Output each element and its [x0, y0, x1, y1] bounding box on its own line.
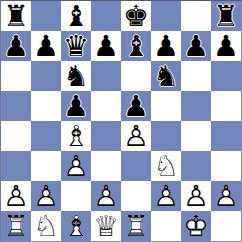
white-pawn-icon: ♟♙	[91, 181, 121, 211]
square-d7[interactable]: ♟	[91, 31, 121, 61]
white-pawn-icon: ♟♙	[151, 181, 181, 211]
square-c5[interactable]: ♟	[61, 91, 91, 121]
square-a8[interactable]: ♜	[1, 1, 31, 31]
white-pawn-icon: ♟♙	[121, 121, 151, 151]
square-a4[interactable]	[1, 121, 31, 151]
square-d3[interactable]	[91, 151, 121, 181]
square-a7[interactable]: ♟	[1, 31, 31, 61]
white-piece-outline: ♖	[1, 211, 31, 241]
white-knight-icon: ♞♘	[31, 211, 61, 241]
square-g1[interactable]: ♚♔	[181, 211, 211, 241]
square-f8[interactable]	[151, 1, 181, 31]
square-h5[interactable]	[211, 91, 241, 121]
black-rook-icon: ♜	[211, 1, 241, 31]
square-f1[interactable]	[151, 211, 181, 241]
square-h4[interactable]	[211, 121, 241, 151]
white-pawn-icon: ♟♙	[211, 181, 241, 211]
white-piece-outline: ♕	[91, 211, 121, 241]
white-piece-outline: ♙	[91, 181, 121, 211]
black-pawn-icon: ♟	[91, 31, 121, 61]
square-g2[interactable]: ♟♙	[181, 181, 211, 211]
white-piece-outline: ♘	[31, 211, 61, 241]
square-g4[interactable]	[181, 121, 211, 151]
white-piece-outline: ♘	[151, 151, 181, 181]
black-pawn-icon: ♟	[61, 91, 91, 121]
black-pawn-icon: ♟	[181, 31, 211, 61]
white-knight-icon: ♞♘	[151, 151, 181, 181]
square-a5[interactable]	[1, 91, 31, 121]
white-piece-outline: ♙	[121, 121, 151, 151]
white-piece-outline: ♙	[181, 181, 211, 211]
square-h6[interactable]	[211, 61, 241, 91]
white-piece-outline: ♔	[181, 211, 211, 241]
square-h3[interactable]	[211, 151, 241, 181]
white-piece-outline: ♗	[61, 211, 91, 241]
black-king-icon: ♚	[121, 1, 151, 31]
square-b1[interactable]: ♞♘	[31, 211, 61, 241]
black-bishop-icon: ♝	[121, 31, 151, 61]
square-e5[interactable]: ♟	[121, 91, 151, 121]
square-g8[interactable]	[181, 1, 211, 31]
square-e3[interactable]	[121, 151, 151, 181]
white-king-icon: ♚♔	[181, 211, 211, 241]
square-g7[interactable]: ♟	[181, 31, 211, 61]
square-g3[interactable]	[181, 151, 211, 181]
square-a1[interactable]: ♜♖	[1, 211, 31, 241]
square-a3[interactable]	[1, 151, 31, 181]
square-e7[interactable]: ♝	[121, 31, 151, 61]
square-h8[interactable]: ♜	[211, 1, 241, 31]
square-f4[interactable]	[151, 121, 181, 151]
square-e8[interactable]: ♚	[121, 1, 151, 31]
square-f5[interactable]	[151, 91, 181, 121]
chess-board: ♜♝♚♜♟♟♛♟♝♟♟♟♞♞♟♟♝♗♟♙♟♙♞♘♟♙♟♙♟♙♟♙♟♙♟♙♜♖♞♘…	[0, 0, 242, 242]
black-bishop-icon: ♝	[61, 1, 91, 31]
square-h7[interactable]: ♟	[211, 31, 241, 61]
square-d8[interactable]	[91, 1, 121, 31]
square-b4[interactable]	[31, 121, 61, 151]
square-c2[interactable]	[61, 181, 91, 211]
square-b6[interactable]	[31, 61, 61, 91]
white-pawn-icon: ♟♙	[31, 181, 61, 211]
black-pawn-icon: ♟	[31, 31, 61, 61]
square-a6[interactable]	[1, 61, 31, 91]
square-g6[interactable]	[181, 61, 211, 91]
square-h2[interactable]: ♟♙	[211, 181, 241, 211]
square-c6[interactable]: ♞	[61, 61, 91, 91]
square-d5[interactable]	[91, 91, 121, 121]
black-knight-icon: ♞	[151, 61, 181, 91]
white-piece-outline: ♙	[61, 151, 91, 181]
white-piece-outline: ♙	[31, 181, 61, 211]
square-c3[interactable]: ♟♙	[61, 151, 91, 181]
square-d2[interactable]: ♟♙	[91, 181, 121, 211]
square-b7[interactable]: ♟	[31, 31, 61, 61]
square-b5[interactable]	[31, 91, 61, 121]
square-a2[interactable]: ♟♙	[1, 181, 31, 211]
white-bishop-icon: ♝♗	[61, 121, 91, 151]
black-pawn-icon: ♟	[1, 31, 31, 61]
square-d4[interactable]	[91, 121, 121, 151]
white-piece-outline: ♙	[1, 181, 31, 211]
black-queen-icon: ♛	[61, 31, 91, 61]
square-h1[interactable]	[211, 211, 241, 241]
square-e2[interactable]	[121, 181, 151, 211]
square-e1[interactable]: ♜♖	[121, 211, 151, 241]
white-pawn-icon: ♟♙	[1, 181, 31, 211]
square-e6[interactable]	[121, 61, 151, 91]
black-rook-icon: ♜	[1, 1, 31, 31]
square-c8[interactable]: ♝	[61, 1, 91, 31]
black-pawn-icon: ♟	[121, 91, 151, 121]
white-bishop-icon: ♝♗	[61, 211, 91, 241]
white-piece-outline: ♙	[151, 181, 181, 211]
white-pawn-icon: ♟♙	[181, 181, 211, 211]
square-f7[interactable]: ♟	[151, 31, 181, 61]
square-b2[interactable]: ♟♙	[31, 181, 61, 211]
black-pawn-icon: ♟	[211, 31, 241, 61]
white-piece-outline: ♙	[211, 181, 241, 211]
black-pawn-icon: ♟	[151, 31, 181, 61]
white-piece-outline: ♖	[121, 211, 151, 241]
square-e4[interactable]: ♟♙	[121, 121, 151, 151]
white-rook-icon: ♜♖	[121, 211, 151, 241]
square-f3[interactable]: ♞♘	[151, 151, 181, 181]
white-pawn-icon: ♟♙	[61, 151, 91, 181]
square-d1[interactable]: ♛♕	[91, 211, 121, 241]
square-c4[interactable]: ♝♗	[61, 121, 91, 151]
square-d6[interactable]	[91, 61, 121, 91]
black-knight-icon: ♞	[61, 61, 91, 91]
square-c1[interactable]: ♝♗	[61, 211, 91, 241]
square-f6[interactable]: ♞	[151, 61, 181, 91]
white-queen-icon: ♛♕	[91, 211, 121, 241]
white-rook-icon: ♜♖	[1, 211, 31, 241]
square-c7[interactable]: ♛	[61, 31, 91, 61]
square-b3[interactable]	[31, 151, 61, 181]
square-g5[interactable]	[181, 91, 211, 121]
white-piece-outline: ♗	[61, 121, 91, 151]
square-b8[interactable]	[31, 1, 61, 31]
square-f2[interactable]: ♟♙	[151, 181, 181, 211]
